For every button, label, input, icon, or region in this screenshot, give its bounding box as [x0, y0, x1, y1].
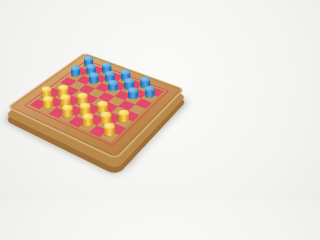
checker-peg-blue[interactable] — [71, 65, 80, 76]
checkers-board-frame — [6, 52, 184, 159]
checker-peg-blue[interactable] — [89, 72, 99, 84]
checker-peg-yellow[interactable] — [118, 110, 129, 123]
checker-peg-yellow[interactable] — [43, 96, 53, 108]
checker-peg-blue[interactable] — [108, 80, 118, 92]
checker-peg-blue[interactable] — [145, 86, 155, 98]
checker-peg-yellow[interactable] — [82, 113, 93, 126]
photo-scene — [0, 0, 200, 200]
checker-peg-blue[interactable] — [128, 87, 138, 99]
checker-peg-yellow[interactable] — [62, 105, 73, 118]
checker-peg-yellow[interactable] — [104, 123, 115, 136]
